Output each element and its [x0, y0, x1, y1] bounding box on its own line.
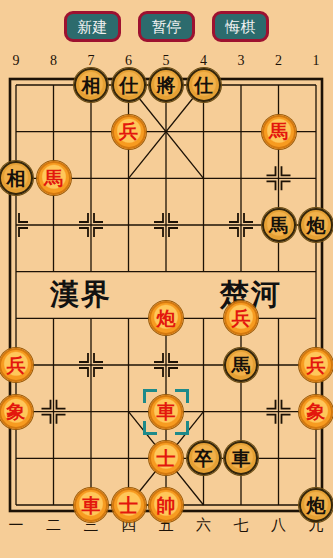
- file-label-top-1: 1: [304, 53, 328, 69]
- piece-character: 相: [82, 76, 101, 95]
- piece-black-advisor[interactable]: 仕: [112, 68, 146, 102]
- piece-character: 象: [7, 402, 26, 421]
- point-marker: [267, 400, 276, 409]
- point-marker: [229, 213, 238, 222]
- file-label-bottom-8: 八: [267, 516, 291, 535]
- piece-black-horse[interactable]: 馬: [262, 208, 296, 242]
- piece-character: 仕: [194, 76, 213, 95]
- piece-red-soldier[interactable]: 兵: [112, 115, 146, 149]
- file-label-top-2: 2: [267, 53, 291, 69]
- point-marker: [19, 228, 28, 237]
- point-marker: [282, 181, 291, 190]
- point-marker: [244, 213, 253, 222]
- piece-character: 卒: [194, 449, 213, 468]
- point-marker: [42, 400, 51, 409]
- point-marker: [169, 228, 178, 237]
- piece-black-elephant[interactable]: 相: [74, 68, 108, 102]
- piece-character: 兵: [232, 309, 251, 328]
- piece-black-general[interactable]: 將: [149, 68, 183, 102]
- piece-red-horse[interactable]: 馬: [262, 115, 296, 149]
- piece-black-cannon[interactable]: 炮: [299, 488, 333, 522]
- piece-red-elephant[interactable]: 象: [299, 395, 333, 429]
- piece-character: 士: [157, 449, 176, 468]
- point-marker: [79, 213, 88, 222]
- point-marker: [267, 415, 276, 424]
- point-marker: [154, 213, 163, 222]
- piece-red-general[interactable]: 帥: [149, 488, 183, 522]
- piece-character: 相: [7, 169, 26, 188]
- point-marker: [154, 228, 163, 237]
- piece-red-elephant[interactable]: 象: [0, 395, 33, 429]
- piece-character: 炮: [307, 496, 326, 515]
- point-marker: [94, 213, 103, 222]
- file-label-bottom-7: 七: [229, 516, 253, 535]
- piece-black-horse[interactable]: 馬: [224, 348, 258, 382]
- point-marker: [154, 353, 163, 362]
- piece-character: 兵: [7, 356, 26, 375]
- piece-red-chariot[interactable]: 車: [149, 395, 183, 429]
- piece-character: 車: [232, 449, 251, 468]
- piece-character: 象: [307, 402, 326, 421]
- point-marker: [94, 353, 103, 362]
- file-label-bottom-2: 二: [42, 516, 66, 535]
- piece-black-soldier[interactable]: 卒: [187, 441, 221, 475]
- point-marker: [79, 228, 88, 237]
- point-marker: [229, 228, 238, 237]
- piece-red-soldier[interactable]: 兵: [299, 348, 333, 382]
- point-marker: [154, 368, 163, 377]
- piece-character: 炮: [307, 216, 326, 235]
- xiangqi-app: 新建 暂停 悔棋 987654321 一二三四五六七八九 漢界 楚河 相仕將仕兵…: [0, 0, 333, 558]
- piece-character: 炮: [157, 309, 176, 328]
- point-marker: [19, 213, 28, 222]
- file-label-top-5: 5: [154, 53, 178, 69]
- point-marker: [169, 213, 178, 222]
- piece-character: 仕: [119, 76, 138, 95]
- point-marker: [244, 228, 253, 237]
- file-label-top-6: 6: [117, 53, 141, 69]
- file-label-top-8: 8: [42, 53, 66, 69]
- river-label-left: 漢界: [50, 275, 112, 315]
- board[interactable]: 987654321 一二三四五六七八九 漢界 楚河 相仕將仕兵馬相馬馬炮炮兵兵馬…: [0, 0, 333, 558]
- piece-character: 馬: [232, 356, 251, 375]
- file-label-bottom-6: 六: [192, 516, 216, 535]
- piece-red-horse[interactable]: 馬: [37, 161, 71, 195]
- piece-red-chariot[interactable]: 車: [74, 488, 108, 522]
- piece-red-advisor[interactable]: 士: [112, 488, 146, 522]
- point-marker: [282, 400, 291, 409]
- file-label-top-9: 9: [4, 53, 28, 69]
- point-marker: [79, 353, 88, 362]
- point-marker: [94, 368, 103, 377]
- piece-black-advisor[interactable]: 仕: [187, 68, 221, 102]
- point-marker: [169, 368, 178, 377]
- piece-character: 車: [157, 402, 176, 421]
- point-marker: [282, 415, 291, 424]
- point-marker: [42, 415, 51, 424]
- file-label-bottom-1: 一: [4, 516, 28, 535]
- piece-character: 馬: [44, 169, 63, 188]
- piece-character: 士: [119, 496, 138, 515]
- piece-character: 兵: [307, 356, 326, 375]
- piece-character: 馬: [269, 122, 288, 141]
- point-marker: [282, 166, 291, 175]
- piece-character: 車: [82, 496, 101, 515]
- piece-character: 將: [157, 76, 176, 95]
- piece-red-soldier[interactable]: 兵: [0, 348, 33, 382]
- piece-character: 兵: [119, 122, 138, 141]
- file-label-top-3: 3: [229, 53, 253, 69]
- point-marker: [57, 415, 66, 424]
- piece-character: 帥: [157, 496, 176, 515]
- piece-character: 馬: [269, 216, 288, 235]
- point-marker: [79, 368, 88, 377]
- point-marker: [169, 353, 178, 362]
- point-marker: [267, 181, 276, 190]
- point-marker: [94, 228, 103, 237]
- point-marker: [267, 166, 276, 175]
- piece-black-cannon[interactable]: 炮: [299, 208, 333, 242]
- file-label-top-7: 7: [79, 53, 103, 69]
- point-marker: [57, 400, 66, 409]
- file-label-top-4: 4: [192, 53, 216, 69]
